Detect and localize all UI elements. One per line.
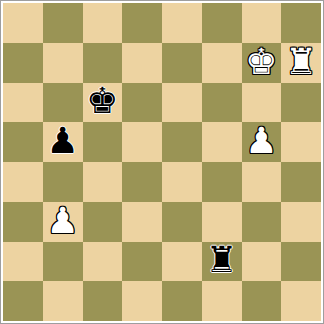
square-g7[interactable]: ♚ bbox=[242, 43, 282, 83]
square-d7[interactable] bbox=[122, 43, 162, 83]
square-e4[interactable] bbox=[162, 162, 202, 202]
square-b3[interactable]: ♟ bbox=[43, 202, 83, 242]
board-frame: ♚♜♚♟♟♟♜ bbox=[0, 0, 324, 324]
square-f1[interactable] bbox=[202, 281, 242, 321]
black-rook[interactable]: ♜ bbox=[205, 242, 237, 278]
square-c3[interactable] bbox=[83, 202, 123, 242]
square-e7[interactable] bbox=[162, 43, 202, 83]
square-d8[interactable] bbox=[122, 3, 162, 43]
square-a4[interactable] bbox=[3, 162, 43, 202]
black-pawn[interactable]: ♟ bbox=[46, 123, 78, 159]
square-e2[interactable] bbox=[162, 242, 202, 282]
square-a3[interactable] bbox=[3, 202, 43, 242]
square-e1[interactable] bbox=[162, 281, 202, 321]
square-c4[interactable] bbox=[83, 162, 123, 202]
square-f3[interactable] bbox=[202, 202, 242, 242]
square-f8[interactable] bbox=[202, 3, 242, 43]
square-h5[interactable] bbox=[281, 122, 321, 162]
square-c5[interactable] bbox=[83, 122, 123, 162]
square-d4[interactable] bbox=[122, 162, 162, 202]
square-a5[interactable] bbox=[3, 122, 43, 162]
square-g2[interactable] bbox=[242, 242, 282, 282]
square-h8[interactable] bbox=[281, 3, 321, 43]
square-h7[interactable]: ♜ bbox=[281, 43, 321, 83]
square-b4[interactable] bbox=[43, 162, 83, 202]
square-b8[interactable] bbox=[43, 3, 83, 43]
square-f7[interactable] bbox=[202, 43, 242, 83]
square-h1[interactable] bbox=[281, 281, 321, 321]
square-d5[interactable] bbox=[122, 122, 162, 162]
white-king[interactable]: ♚ bbox=[245, 44, 277, 80]
square-e6[interactable] bbox=[162, 83, 202, 123]
square-d3[interactable] bbox=[122, 202, 162, 242]
square-f6[interactable] bbox=[202, 83, 242, 123]
square-b7[interactable] bbox=[43, 43, 83, 83]
square-e3[interactable] bbox=[162, 202, 202, 242]
square-c6[interactable]: ♚ bbox=[83, 83, 123, 123]
square-g4[interactable] bbox=[242, 162, 282, 202]
black-king[interactable]: ♚ bbox=[86, 83, 118, 119]
white-pawn[interactable]: ♟ bbox=[46, 203, 78, 239]
square-h4[interactable] bbox=[281, 162, 321, 202]
square-g8[interactable] bbox=[242, 3, 282, 43]
square-a6[interactable] bbox=[3, 83, 43, 123]
square-b6[interactable] bbox=[43, 83, 83, 123]
chess-board[interactable]: ♚♜♚♟♟♟♜ bbox=[3, 3, 321, 321]
square-e8[interactable] bbox=[162, 3, 202, 43]
square-b5[interactable]: ♟ bbox=[43, 122, 83, 162]
square-d2[interactable] bbox=[122, 242, 162, 282]
square-a8[interactable] bbox=[3, 3, 43, 43]
square-h3[interactable] bbox=[281, 202, 321, 242]
square-h2[interactable] bbox=[281, 242, 321, 282]
square-d6[interactable] bbox=[122, 83, 162, 123]
square-a2[interactable] bbox=[3, 242, 43, 282]
square-c8[interactable] bbox=[83, 3, 123, 43]
square-d1[interactable] bbox=[122, 281, 162, 321]
white-pawn[interactable]: ♟ bbox=[245, 123, 277, 159]
square-b2[interactable] bbox=[43, 242, 83, 282]
square-f4[interactable] bbox=[202, 162, 242, 202]
square-c2[interactable] bbox=[83, 242, 123, 282]
square-h6[interactable] bbox=[281, 83, 321, 123]
square-f2[interactable]: ♜ bbox=[202, 242, 242, 282]
square-e5[interactable] bbox=[162, 122, 202, 162]
square-g1[interactable] bbox=[242, 281, 282, 321]
square-a7[interactable] bbox=[3, 43, 43, 83]
chess-app-window: ♚♜♚♟♟♟♜ bbox=[0, 0, 324, 324]
square-b1[interactable] bbox=[43, 281, 83, 321]
white-rook[interactable]: ♜ bbox=[285, 44, 317, 80]
square-c7[interactable] bbox=[83, 43, 123, 83]
square-g6[interactable] bbox=[242, 83, 282, 123]
square-a1[interactable] bbox=[3, 281, 43, 321]
square-f5[interactable] bbox=[202, 122, 242, 162]
square-g3[interactable] bbox=[242, 202, 282, 242]
square-g5[interactable]: ♟ bbox=[242, 122, 282, 162]
square-c1[interactable] bbox=[83, 281, 123, 321]
